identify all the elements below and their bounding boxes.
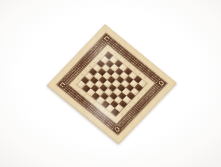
photo-background xyxy=(0,0,221,167)
chess-board xyxy=(47,24,177,144)
